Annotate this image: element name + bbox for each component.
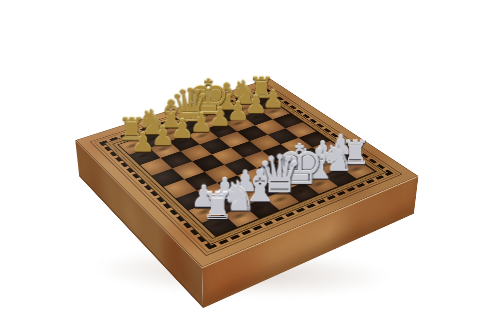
chess-box: ♜♞♝♛♚♝♞♜♟♟♟♟♟♟♟♟♟♟♟♟♟♟♟♟♜♞♝♛♚♝♞♜ [75, 78, 418, 267]
pieces-layer: ♜♞♝♛♚♝♞♜♟♟♟♟♟♟♟♟♟♟♟♟♟♟♟♟♜♞♝♛♚♝♞♜ [75, 78, 418, 267]
scene: ♜♞♝♛♚♝♞♜♟♟♟♟♟♟♟♟♟♟♟♟♟♟♟♟♜♞♝♛♚♝♞♜ [0, 0, 480, 320]
product-photo: ♜♞♝♛♚♝♞♜♟♟♟♟♟♟♟♟♟♟♟♟♟♟♟♟♜♞♝♛♚♝♞♜ [0, 0, 480, 320]
white-rook-a1: ♜ [184, 185, 251, 224]
black-pawn-a7: ♟ [113, 127, 173, 156]
